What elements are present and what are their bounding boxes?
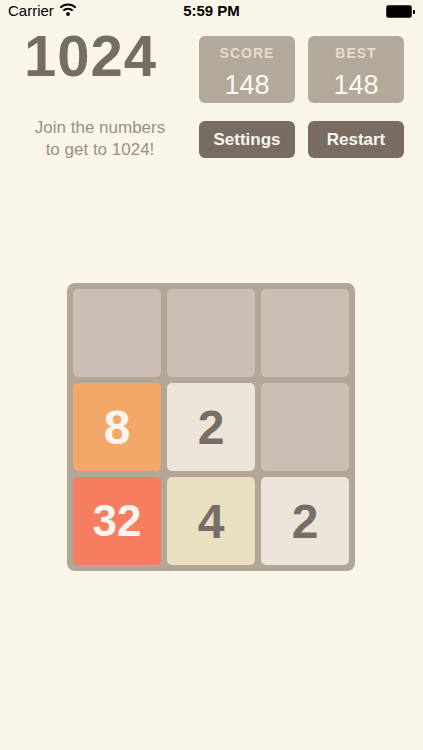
board-cell-r0c1 xyxy=(167,289,255,377)
app-screen: Carrier 5:59 PM 1024 SCORE 148 BEST 148 … xyxy=(0,0,423,750)
battery-full-icon xyxy=(386,5,415,18)
score-value: 148 xyxy=(199,70,295,101)
restart-button[interactable]: Restart xyxy=(308,121,404,158)
status-time: 5:59 PM xyxy=(0,2,423,19)
instruction-text: Join the numbers to get to 1024! xyxy=(10,117,190,161)
best-value: 148 xyxy=(308,70,404,101)
best-label: BEST xyxy=(308,45,404,61)
instruction-line-1: Join the numbers xyxy=(10,117,190,139)
settings-button[interactable]: Settings xyxy=(199,121,295,158)
board-cell-r0c2 xyxy=(261,289,349,377)
tile-4: 4 xyxy=(167,477,255,565)
page-title: 1024 xyxy=(24,22,157,89)
board-cell-r0c0 xyxy=(73,289,161,377)
board-cell-r1c2 xyxy=(261,383,349,471)
tile-2: 2 xyxy=(167,383,255,471)
tile-8: 8 xyxy=(73,383,161,471)
status-bar: Carrier 5:59 PM xyxy=(0,0,423,20)
best-box: BEST 148 xyxy=(308,36,404,103)
tile-2: 2 xyxy=(261,477,349,565)
tile-32: 32 xyxy=(73,477,161,565)
score-label: SCORE xyxy=(199,45,295,61)
score-box: SCORE 148 xyxy=(199,36,295,103)
instruction-line-2: to get to 1024! xyxy=(10,139,190,161)
game-board[interactable]: 8 2 32 4 2 xyxy=(67,283,355,571)
